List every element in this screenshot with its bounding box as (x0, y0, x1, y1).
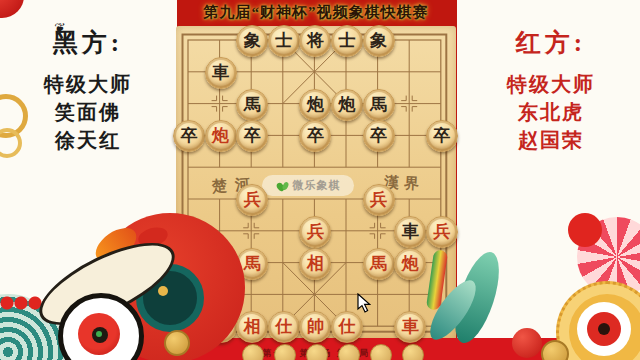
gold-scallop-decoration (338, 344, 360, 360)
gold-scallop-decoration (306, 344, 328, 360)
tournament-title: 第九届“财神杯”视频象棋快棋赛 (166, 3, 466, 22)
piece-red-advisor[interactable]: 仕 (331, 311, 363, 343)
piece-red-horse[interactable]: 馬 (363, 248, 395, 280)
piece-red-soldier[interactable]: 兵 (426, 216, 458, 248)
piece-red-cannon[interactable]: 炮 (205, 120, 237, 152)
lion-ear-dot-decoration (158, 286, 168, 296)
piece-red-soldier[interactable]: 兵 (299, 216, 331, 248)
leaf-icon (276, 180, 290, 192)
piece-black-soldier[interactable]: 卒 (426, 120, 458, 152)
piece-black-elephant[interactable]: 象 (236, 25, 268, 57)
lion-eye-glint-decoration (96, 331, 102, 337)
piece-red-advisor[interactable]: 仕 (268, 311, 300, 343)
gold-knob-decoration (541, 340, 569, 360)
piece-black-advisor[interactable]: 士 (331, 25, 363, 57)
gold-scallop-decoration (242, 344, 264, 360)
piece-red-elephant[interactable]: 相 (299, 248, 331, 280)
gold-scallop-decoration (274, 344, 296, 360)
piece-black-cannon[interactable]: 炮 (331, 89, 363, 121)
piece-red-soldier[interactable]: 兵 (363, 184, 395, 216)
piece-black-soldier[interactable]: 卒 (363, 120, 395, 152)
gold-knob-decoration (164, 330, 190, 356)
piece-black-rook[interactable]: 車 (205, 57, 237, 89)
lion-gold-eye-pupil-decoration (598, 323, 610, 335)
watermark-text: 微乐象棋 (293, 178, 341, 193)
lion-red-pom-decoration (568, 213, 602, 247)
red-ball-decoration (512, 328, 542, 358)
piece-black-horse[interactable]: 馬 (236, 89, 268, 121)
piece-black-advisor[interactable]: 士 (268, 25, 300, 57)
piece-red-soldier[interactable]: 兵 (236, 184, 268, 216)
mouse-cursor (357, 293, 371, 313)
piece-black-cannon[interactable]: 炮 (299, 89, 331, 121)
gold-scallop-decoration (402, 344, 424, 360)
app-watermark: 微乐象棋 (262, 175, 354, 196)
piece-black-elephant[interactable]: 象 (363, 25, 395, 57)
broadcast-frame: ❦ 黑方: 特级大师 笑面佛 徐天红 红方: 特级大师 东北虎 赵国荣 第九届“… (0, 0, 640, 360)
piece-red-cannon[interactable]: 炮 (394, 248, 426, 280)
piece-black-rook[interactable]: 車 (394, 216, 426, 248)
piece-black-horse[interactable]: 馬 (363, 89, 395, 121)
gold-scallop-decoration (370, 344, 392, 360)
